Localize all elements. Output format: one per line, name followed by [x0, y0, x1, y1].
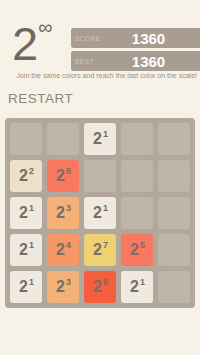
tile-2^1-r4c1: 21: [10, 234, 42, 266]
tile-2^4-r4c2: 24: [47, 234, 79, 266]
empty-cell-r4c5: [158, 234, 190, 266]
score-box: SCORE: 1360: [71, 28, 200, 48]
empty-cell-r2c3: [84, 160, 116, 192]
score-value: 1360: [105, 30, 200, 47]
best-value: 1360: [105, 53, 200, 70]
tile-2^3-r5c2: 23: [47, 271, 79, 303]
logo-infinity-sup: ∞: [38, 16, 52, 38]
empty-cell-r2c5: [158, 160, 190, 192]
empty-cell-r5c5: [158, 271, 190, 303]
empty-cell-r1c2: [47, 123, 79, 155]
tile-2^2-r2c1: 22: [10, 160, 42, 192]
empty-cell-r1c4: [121, 123, 153, 155]
tile-2^5-r4c4: 25: [121, 234, 153, 266]
game-board[interactable]: 2122252123212124272521232621: [5, 118, 195, 308]
score-label: SCORE:: [71, 35, 105, 42]
logo-base-digit: 2: [12, 17, 37, 70]
tagline: Join the same colors and reach the last …: [0, 72, 197, 79]
tile-2^3-r3c2: 23: [47, 197, 79, 229]
best-box: BEST: 1360: [71, 51, 200, 71]
tile-2^1-r5c4: 21: [121, 271, 153, 303]
empty-cell-r1c1: [10, 123, 42, 155]
tile-2^1-r5c1: 21: [10, 271, 42, 303]
tile-2^1-r3c1: 21: [10, 197, 42, 229]
tile-2^5-r2c2: 25: [47, 160, 79, 192]
tile-2^7-r4c3: 27: [84, 234, 116, 266]
empty-cell-r1c5: [158, 123, 190, 155]
tile-2^6-r5c3: 26: [84, 271, 116, 303]
best-label: BEST:: [71, 58, 105, 65]
app-logo: 2∞: [12, 20, 51, 67]
empty-cell-r2c4: [121, 160, 153, 192]
restart-button[interactable]: RESTART: [8, 91, 73, 106]
tile-2^1-r3c3: 21: [84, 197, 116, 229]
empty-cell-r3c5: [158, 197, 190, 229]
tile-2^1-r1c3: 21: [84, 123, 116, 155]
empty-cell-r3c4: [121, 197, 153, 229]
